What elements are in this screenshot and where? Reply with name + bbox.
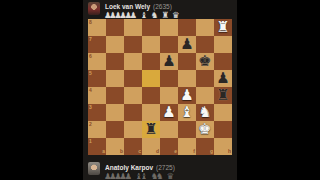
square-h6[interactable] [214,53,232,70]
captured-piece-group: ♟♟♟♟♟ [104,172,132,180]
square-e8[interactable] [160,19,178,36]
square-g7[interactable] [196,36,214,53]
black-pawn-f7[interactable]: ♟ [180,36,193,53]
square-f6[interactable] [178,53,196,70]
square-e5[interactable] [160,70,178,87]
square-b6[interactable] [106,53,124,70]
black-rook-h4[interactable]: ♜ [216,87,229,104]
black-rook-d2[interactable]: ♜ [144,121,157,138]
avatar-bottom-player [88,162,100,175]
square-h8[interactable]: ♜ [214,19,232,36]
square-c3[interactable] [124,104,142,121]
square-a8[interactable]: 8 [88,19,106,36]
square-f3[interactable]: ♝ [178,104,196,121]
square-d5[interactable] [142,70,160,87]
square-d6[interactable] [142,53,160,70]
square-f2[interactable] [178,121,196,138]
square-d4[interactable] [142,87,160,104]
bottom-player-rating: (2725) [156,164,175,171]
rank-label-6: 6 [89,54,92,59]
square-h4[interactable]: ♜ [214,87,232,104]
square-c1[interactable]: c [124,138,142,155]
file-label-f: f [193,149,195,154]
square-d2[interactable]: ♜ [142,121,160,138]
white-pawn-e3[interactable]: ♟ [162,104,175,121]
square-e2[interactable] [160,121,178,138]
square-b4[interactable] [106,87,124,104]
square-b3[interactable] [106,104,124,121]
square-h2[interactable] [214,121,232,138]
square-a3[interactable]: 3 [88,104,106,121]
square-a6[interactable]: 6 [88,53,106,70]
rank-label-2: 2 [89,122,92,127]
file-label-h: h [228,149,231,154]
square-e4[interactable] [160,87,178,104]
top-player-name-line: Loek van Wely (2635) [105,3,172,10]
black-pawn-h5[interactable]: ♟ [216,70,229,87]
chess-board[interactable]: 8♜7♟6♟♚5♟4♟♜3♟♝♞2♜♚1abcdefgh [88,19,232,155]
bottom-player-captured-tray: ♟♟♟♟♟♝♝♞♞♛ [104,172,174,180]
square-f7[interactable]: ♟ [178,36,196,53]
square-g5[interactable] [196,70,214,87]
square-c4[interactable] [124,87,142,104]
file-label-d: d [156,149,159,154]
square-g3[interactable]: ♞ [196,104,214,121]
white-knight-g3[interactable]: ♞ [198,104,211,121]
white-bishop-f3[interactable]: ♝ [180,104,193,121]
square-e1[interactable]: e [160,138,178,155]
bottom-player-name-line: Anatoly Karpov (2725) [105,164,175,171]
square-b2[interactable] [106,121,124,138]
square-h1[interactable]: h [214,138,232,155]
square-g2[interactable]: ♚ [196,121,214,138]
top-player-name: Loek van Wely [105,3,150,10]
letterbox-right [237,0,320,180]
file-label-e: e [174,149,177,154]
square-h7[interactable] [214,36,232,53]
square-f4[interactable]: ♟ [178,87,196,104]
square-e6[interactable]: ♟ [160,53,178,70]
avatar-top-player [88,2,100,15]
rank-label-8: 8 [89,20,92,25]
square-h3[interactable] [214,104,232,121]
captured-piece-group: ♞♞ [151,172,164,180]
square-b5[interactable] [106,70,124,87]
square-e3[interactable]: ♟ [160,104,178,121]
square-a7[interactable]: 7 [88,36,106,53]
black-king-g6[interactable]: ♚ [198,53,211,70]
black-pawn-e6[interactable]: ♟ [162,53,175,70]
square-e7[interactable] [160,36,178,53]
file-label-a: a [102,149,105,154]
bottom-player-name: Anatoly Karpov [105,164,153,171]
square-b7[interactable] [106,36,124,53]
square-f1[interactable]: f [178,138,196,155]
square-g8[interactable] [196,19,214,36]
rank-label-5: 5 [89,71,92,76]
game-panel: Loek van Wely (2635) ♟♟♟♟♟♟♝♞♜♛ 8♜7♟6♟♚5… [83,0,237,180]
square-d7[interactable] [142,36,160,53]
rank-label-3: 3 [89,105,92,110]
square-d8[interactable] [142,19,160,36]
captured-piece-group: ♛ [167,172,175,180]
video-frame: Loek van Wely (2635) ♟♟♟♟♟♟♝♞♜♛ 8♜7♟6♟♚5… [0,0,320,180]
square-a5[interactable]: 5 [88,70,106,87]
square-c2[interactable] [124,121,142,138]
square-f8[interactable] [178,19,196,36]
white-king-g2[interactable]: ♚ [198,121,211,138]
file-label-c: c [138,149,141,154]
file-label-b: b [120,149,123,154]
top-player-rating: (2635) [153,3,172,10]
white-rook-h8[interactable]: ♜ [216,19,229,36]
square-a4[interactable]: 4 [88,87,106,104]
square-g4[interactable] [196,87,214,104]
square-f5[interactable] [178,70,196,87]
square-c7[interactable] [124,36,142,53]
square-c5[interactable] [124,70,142,87]
square-g6[interactable]: ♚ [196,53,214,70]
square-g1[interactable]: g [196,138,214,155]
square-h5[interactable]: ♟ [214,70,232,87]
letterbox-left [0,0,83,180]
square-b8[interactable] [106,19,124,36]
file-label-g: g [210,149,213,154]
square-a2[interactable]: 2 [88,121,106,138]
square-c6[interactable] [124,53,142,70]
rank-label-7: 7 [89,37,92,42]
rank-label-1: 1 [89,139,92,144]
square-d1[interactable]: d [142,138,160,155]
rank-label-4: 4 [89,88,92,93]
square-d3[interactable] [142,104,160,121]
square-a1[interactable]: 1a [88,138,106,155]
captured-piece-group: ♝♝ [135,172,148,180]
square-c8[interactable] [124,19,142,36]
white-pawn-f4[interactable]: ♟ [180,87,193,104]
square-b1[interactable]: b [106,138,124,155]
